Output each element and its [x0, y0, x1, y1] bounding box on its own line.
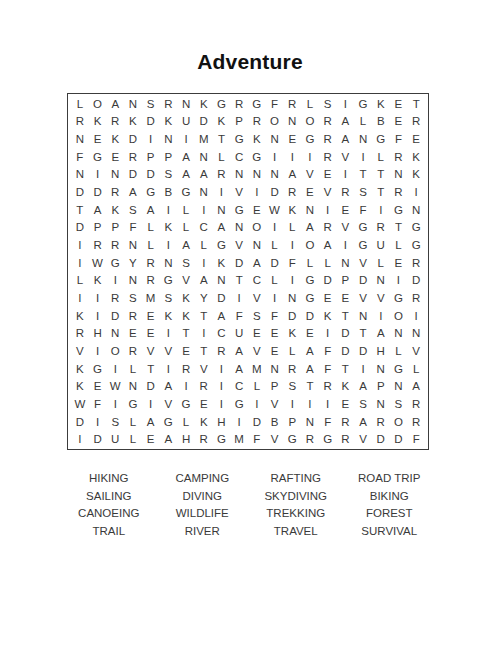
grid-cell[interactable]: A: [177, 166, 195, 184]
grid-cell[interactable]: I: [283, 236, 301, 254]
grid-cell[interactable]: D: [71, 219, 89, 237]
grid-cell[interactable]: D: [390, 430, 408, 448]
grid-cell[interactable]: L: [283, 342, 301, 360]
grid-cell[interactable]: O: [390, 413, 408, 431]
grid-cell[interactable]: U: [372, 236, 390, 254]
grid-cell[interactable]: I: [160, 201, 178, 219]
grid-cell[interactable]: D: [142, 377, 160, 395]
grid-cell[interactable]: R: [407, 395, 425, 413]
grid-cell[interactable]: R: [124, 148, 142, 166]
grid-cell[interactable]: G: [301, 289, 319, 307]
grid-cell[interactable]: T: [142, 360, 160, 378]
grid-cell[interactable]: R: [213, 166, 231, 184]
grid-cell[interactable]: N: [160, 130, 178, 148]
grid-cell[interactable]: N: [283, 113, 301, 131]
grid-cell[interactable]: N: [266, 130, 284, 148]
grid-cell[interactable]: R: [319, 130, 337, 148]
grid-cell[interactable]: I: [213, 183, 231, 201]
grid-cell[interactable]: E: [248, 324, 266, 342]
grid-cell[interactable]: N: [160, 254, 178, 272]
grid-cell[interactable]: N: [354, 307, 372, 325]
grid-cell[interactable]: E: [283, 130, 301, 148]
grid-cell[interactable]: V: [230, 183, 248, 201]
grid-cell[interactable]: G: [248, 148, 266, 166]
grid-cell[interactable]: H: [372, 342, 390, 360]
grid-cell[interactable]: G: [89, 148, 107, 166]
grid-cell[interactable]: D: [213, 289, 231, 307]
grid-cell[interactable]: F: [248, 430, 266, 448]
grid-cell[interactable]: L: [390, 342, 408, 360]
grid-cell[interactable]: V: [407, 342, 425, 360]
grid-cell[interactable]: D: [195, 113, 213, 131]
grid-cell[interactable]: D: [283, 307, 301, 325]
grid-cell[interactable]: B: [266, 413, 284, 431]
grid-cell[interactable]: I: [283, 148, 301, 166]
grid-cell[interactable]: E: [142, 307, 160, 325]
grid-cell[interactable]: N: [195, 183, 213, 201]
grid-cell[interactable]: R: [177, 360, 195, 378]
grid-cell[interactable]: L: [248, 377, 266, 395]
grid-cell[interactable]: Y: [195, 289, 213, 307]
grid-cell[interactable]: D: [142, 166, 160, 184]
grid-cell[interactable]: K: [89, 271, 107, 289]
grid-cell[interactable]: S: [124, 201, 142, 219]
grid-cell[interactable]: N: [301, 413, 319, 431]
grid-cell[interactable]: T: [230, 271, 248, 289]
grid-cell[interactable]: N: [195, 148, 213, 166]
grid-cell[interactable]: D: [354, 271, 372, 289]
grid-cell[interactable]: I: [106, 395, 124, 413]
grid-cell[interactable]: N: [106, 324, 124, 342]
grid-cell[interactable]: A: [301, 360, 319, 378]
grid-cell[interactable]: A: [337, 113, 355, 131]
grid-cell[interactable]: S: [177, 254, 195, 272]
grid-cell[interactable]: I: [354, 360, 372, 378]
grid-cell[interactable]: I: [106, 360, 124, 378]
grid-cell[interactable]: L: [354, 113, 372, 131]
grid-cell[interactable]: I: [283, 395, 301, 413]
grid-cell[interactable]: E: [301, 324, 319, 342]
grid-cell[interactable]: E: [266, 324, 284, 342]
grid-cell[interactable]: A: [177, 236, 195, 254]
grid-cell[interactable]: N: [283, 289, 301, 307]
grid-cell[interactable]: E: [407, 130, 425, 148]
grid-cell[interactable]: D: [337, 342, 355, 360]
grid-cell[interactable]: A: [160, 377, 178, 395]
grid-cell[interactable]: N: [124, 271, 142, 289]
grid-cell[interactable]: I: [89, 413, 107, 431]
grid-cell[interactable]: N: [230, 219, 248, 237]
grid-cell[interactable]: N: [213, 271, 231, 289]
grid-cell[interactable]: F: [266, 95, 284, 113]
grid-cell[interactable]: V: [354, 289, 372, 307]
grid-cell[interactable]: F: [230, 307, 248, 325]
grid-cell[interactable]: T: [195, 307, 213, 325]
grid-cell[interactable]: G: [177, 183, 195, 201]
grid-cell[interactable]: K: [283, 324, 301, 342]
grid-cell[interactable]: V: [177, 271, 195, 289]
grid-cell[interactable]: K: [337, 377, 355, 395]
grid-cell[interactable]: V: [372, 289, 390, 307]
grid-cell[interactable]: N: [337, 254, 355, 272]
grid-cell[interactable]: I: [89, 166, 107, 184]
grid-cell[interactable]: M: [142, 289, 160, 307]
grid-cell[interactable]: E: [319, 289, 337, 307]
grid-cell[interactable]: R: [106, 236, 124, 254]
grid-cell[interactable]: V: [266, 430, 284, 448]
grid-cell[interactable]: I: [106, 271, 124, 289]
grid-cell[interactable]: G: [230, 130, 248, 148]
grid-cell[interactable]: P: [160, 148, 178, 166]
grid-cell[interactable]: A: [124, 183, 142, 201]
grid-cell[interactable]: L: [266, 271, 284, 289]
grid-cell[interactable]: P: [283, 413, 301, 431]
grid-cell[interactable]: R: [124, 342, 142, 360]
grid-cell[interactable]: I: [407, 183, 425, 201]
grid-cell[interactable]: O: [301, 113, 319, 131]
grid-cell[interactable]: D: [106, 307, 124, 325]
grid-cell[interactable]: E: [390, 254, 408, 272]
grid-cell[interactable]: K: [319, 307, 337, 325]
grid-cell[interactable]: G: [160, 413, 178, 431]
grid-cell[interactable]: I: [89, 307, 107, 325]
grid-cell[interactable]: A: [213, 219, 231, 237]
grid-cell[interactable]: R: [319, 377, 337, 395]
grid-cell[interactable]: K: [195, 95, 213, 113]
grid-cell[interactable]: F: [354, 201, 372, 219]
grid-cell[interactable]: Y: [124, 254, 142, 272]
grid-cell[interactable]: N: [372, 395, 390, 413]
grid-cell[interactable]: I: [248, 395, 266, 413]
grid-cell[interactable]: R: [301, 430, 319, 448]
grid-cell[interactable]: N: [71, 130, 89, 148]
grid-cell[interactable]: I: [266, 289, 284, 307]
grid-cell[interactable]: E: [195, 395, 213, 413]
grid-cell[interactable]: N: [106, 166, 124, 184]
grid-cell[interactable]: N: [407, 201, 425, 219]
grid-cell[interactable]: L: [319, 254, 337, 272]
grid-cell[interactable]: G: [407, 219, 425, 237]
grid-cell[interactable]: R: [407, 289, 425, 307]
grid-cell[interactable]: R: [71, 324, 89, 342]
grid-cell[interactable]: D: [266, 183, 284, 201]
grid-cell[interactable]: I: [319, 201, 337, 219]
grid-cell[interactable]: G: [372, 130, 390, 148]
grid-cell[interactable]: G: [283, 430, 301, 448]
grid-cell[interactable]: E: [89, 130, 107, 148]
grid-cell[interactable]: A: [213, 307, 231, 325]
grid-cell[interactable]: F: [89, 395, 107, 413]
grid-cell[interactable]: A: [337, 130, 355, 148]
grid-cell[interactable]: D: [124, 130, 142, 148]
grid-cell[interactable]: S: [283, 377, 301, 395]
grid-cell[interactable]: N: [372, 271, 390, 289]
grid-cell[interactable]: I: [230, 289, 248, 307]
grid-cell[interactable]: K: [283, 201, 301, 219]
grid-cell[interactable]: I: [213, 360, 231, 378]
grid-cell[interactable]: I: [372, 307, 390, 325]
grid-cell[interactable]: S: [124, 289, 142, 307]
grid-cell[interactable]: V: [160, 395, 178, 413]
grid-cell[interactable]: R: [106, 113, 124, 131]
grid-cell[interactable]: E: [337, 289, 355, 307]
grid-cell[interactable]: C: [213, 324, 231, 342]
grid-cell[interactable]: L: [266, 236, 284, 254]
grid-cell[interactable]: D: [71, 183, 89, 201]
grid-cell[interactable]: G: [354, 236, 372, 254]
grid-cell[interactable]: T: [71, 201, 89, 219]
grid-cell[interactable]: K: [177, 289, 195, 307]
grid-cell[interactable]: L: [71, 95, 89, 113]
grid-cell[interactable]: G: [106, 254, 124, 272]
grid-cell[interactable]: T: [372, 183, 390, 201]
grid-cell[interactable]: V: [337, 148, 355, 166]
grid-cell[interactable]: C: [195, 219, 213, 237]
grid-cell[interactable]: G: [319, 430, 337, 448]
grid-cell[interactable]: K: [71, 360, 89, 378]
grid-cell[interactable]: E: [390, 113, 408, 131]
grid-cell[interactable]: L: [407, 360, 425, 378]
grid-cell[interactable]: I: [230, 413, 248, 431]
grid-cell[interactable]: G: [230, 395, 248, 413]
grid-cell[interactable]: E: [301, 183, 319, 201]
grid-cell[interactable]: I: [71, 254, 89, 272]
grid-cell[interactable]: R: [319, 148, 337, 166]
grid-cell[interactable]: I: [301, 395, 319, 413]
grid-cell[interactable]: U: [106, 430, 124, 448]
grid-cell[interactable]: K: [71, 307, 89, 325]
grid-cell[interactable]: R: [124, 307, 142, 325]
grid-cell[interactable]: R: [230, 95, 248, 113]
grid-cell[interactable]: T: [213, 130, 231, 148]
grid-cell[interactable]: R: [319, 113, 337, 131]
grid-cell[interactable]: T: [354, 166, 372, 184]
grid-cell[interactable]: L: [71, 271, 89, 289]
grid-cell[interactable]: T: [337, 307, 355, 325]
grid-cell[interactable]: L: [283, 219, 301, 237]
grid-cell[interactable]: D: [142, 113, 160, 131]
grid-cell[interactable]: V: [71, 342, 89, 360]
grid-cell[interactable]: G: [407, 236, 425, 254]
grid-cell[interactable]: P: [266, 377, 284, 395]
grid-cell[interactable]: A: [372, 324, 390, 342]
grid-cell[interactable]: H: [89, 324, 107, 342]
grid-cell[interactable]: P: [372, 377, 390, 395]
grid-cell[interactable]: L: [390, 236, 408, 254]
grid-cell[interactable]: I: [407, 307, 425, 325]
grid-cell[interactable]: D: [407, 271, 425, 289]
grid-cell[interactable]: L: [177, 201, 195, 219]
grid-cell[interactable]: P: [142, 148, 160, 166]
grid-cell[interactable]: I: [71, 289, 89, 307]
grid-cell[interactable]: E: [142, 324, 160, 342]
grid-cell[interactable]: E: [106, 148, 124, 166]
grid-cell[interactable]: C: [230, 377, 248, 395]
grid-cell[interactable]: A: [354, 377, 372, 395]
grid-cell[interactable]: I: [372, 201, 390, 219]
grid-cell[interactable]: R: [89, 236, 107, 254]
grid-cell[interactable]: K: [407, 166, 425, 184]
grid-cell[interactable]: R: [160, 95, 178, 113]
grid-cell[interactable]: L: [213, 148, 231, 166]
grid-cell[interactable]: R: [248, 113, 266, 131]
grid-cell[interactable]: W: [89, 254, 107, 272]
grid-cell[interactable]: V: [319, 183, 337, 201]
grid-cell[interactable]: T: [177, 324, 195, 342]
grid-cell[interactable]: R: [390, 148, 408, 166]
grid-cell[interactable]: G: [354, 95, 372, 113]
grid-cell[interactable]: L: [142, 236, 160, 254]
grid-cell[interactable]: N: [407, 324, 425, 342]
grid-cell[interactable]: C: [248, 271, 266, 289]
grid-cell[interactable]: N: [177, 95, 195, 113]
grid-cell[interactable]: H: [177, 430, 195, 448]
grid-cell[interactable]: I: [195, 254, 213, 272]
grid-cell[interactable]: G: [390, 360, 408, 378]
grid-cell[interactable]: R: [319, 219, 337, 237]
grid-cell[interactable]: A: [177, 148, 195, 166]
grid-cell[interactable]: W: [266, 201, 284, 219]
grid-cell[interactable]: A: [160, 430, 178, 448]
grid-cell[interactable]: D: [248, 413, 266, 431]
grid-cell[interactable]: R: [407, 413, 425, 431]
grid-cell[interactable]: S: [142, 95, 160, 113]
grid-cell[interactable]: I: [213, 395, 231, 413]
grid-cell[interactable]: B: [160, 183, 178, 201]
grid-cell[interactable]: S: [319, 95, 337, 113]
grid-cell[interactable]: P: [230, 113, 248, 131]
grid-cell[interactable]: E: [177, 342, 195, 360]
grid-cell[interactable]: I: [160, 324, 178, 342]
grid-cell[interactable]: S: [106, 413, 124, 431]
grid-cell[interactable]: I: [160, 236, 178, 254]
grid-cell[interactable]: O: [390, 307, 408, 325]
grid-cell[interactable]: L: [177, 413, 195, 431]
grid-cell[interactable]: K: [195, 413, 213, 431]
grid-cell[interactable]: N: [390, 166, 408, 184]
grid-cell[interactable]: V: [337, 219, 355, 237]
grid-cell[interactable]: I: [337, 95, 355, 113]
grid-cell[interactable]: N: [354, 130, 372, 148]
grid-cell[interactable]: D: [301, 307, 319, 325]
grid-cell[interactable]: T: [372, 166, 390, 184]
grid-cell[interactable]: K: [160, 219, 178, 237]
grid-cell[interactable]: N: [266, 360, 284, 378]
grid-cell[interactable]: I: [177, 377, 195, 395]
grid-cell[interactable]: D: [89, 430, 107, 448]
grid-cell[interactable]: A: [283, 166, 301, 184]
grid-cell[interactable]: V: [142, 342, 160, 360]
grid-cell[interactable]: A: [354, 413, 372, 431]
grid-cell[interactable]: E: [319, 166, 337, 184]
grid-cell[interactable]: I: [177, 130, 195, 148]
grid-cell[interactable]: G: [301, 130, 319, 148]
grid-cell[interactable]: G: [390, 201, 408, 219]
grid-cell[interactable]: D: [372, 430, 390, 448]
grid-cell[interactable]: L: [301, 254, 319, 272]
grid-cell[interactable]: E: [124, 324, 142, 342]
grid-cell[interactable]: R: [142, 271, 160, 289]
grid-cell[interactable]: R: [337, 413, 355, 431]
grid-cell[interactable]: E: [142, 430, 160, 448]
grid-cell[interactable]: K: [71, 377, 89, 395]
grid-cell[interactable]: A: [195, 271, 213, 289]
grid-cell[interactable]: R: [283, 360, 301, 378]
grid-cell[interactable]: F: [124, 219, 142, 237]
grid-cell[interactable]: G: [213, 430, 231, 448]
grid-cell[interactable]: I: [71, 430, 89, 448]
grid-cell[interactable]: R: [195, 377, 213, 395]
grid-cell[interactable]: D: [71, 413, 89, 431]
grid-cell[interactable]: G: [354, 219, 372, 237]
grid-cell[interactable]: K: [407, 148, 425, 166]
grid-cell[interactable]: G: [301, 271, 319, 289]
grid-cell[interactable]: L: [124, 430, 142, 448]
grid-cell[interactable]: N: [230, 166, 248, 184]
grid-cell[interactable]: I: [319, 395, 337, 413]
grid-cell[interactable]: A: [230, 342, 248, 360]
grid-cell[interactable]: V: [160, 342, 178, 360]
grid-cell[interactable]: V: [230, 236, 248, 254]
grid-cell[interactable]: S: [390, 395, 408, 413]
grid-cell[interactable]: T: [390, 219, 408, 237]
grid-cell[interactable]: N: [71, 166, 89, 184]
grid-cell[interactable]: D: [354, 342, 372, 360]
grid-cell[interactable]: I: [283, 271, 301, 289]
grid-cell[interactable]: I: [266, 219, 284, 237]
grid-cell[interactable]: I: [160, 360, 178, 378]
grid-cell[interactable]: F: [390, 130, 408, 148]
grid-cell[interactable]: I: [337, 166, 355, 184]
grid-cell[interactable]: F: [407, 430, 425, 448]
grid-cell[interactable]: R: [283, 95, 301, 113]
grid-cell[interactable]: A: [248, 254, 266, 272]
grid-cell[interactable]: M: [230, 430, 248, 448]
grid-cell[interactable]: O: [248, 219, 266, 237]
grid-cell[interactable]: I: [337, 236, 355, 254]
grid-cell[interactable]: L: [124, 413, 142, 431]
grid-cell[interactable]: I: [390, 271, 408, 289]
grid-cell[interactable]: N: [301, 201, 319, 219]
grid-cell[interactable]: R: [372, 219, 390, 237]
grid-cell[interactable]: A: [301, 342, 319, 360]
grid-cell[interactable]: I: [319, 324, 337, 342]
grid-cell[interactable]: E: [390, 95, 408, 113]
grid-cell[interactable]: F: [283, 254, 301, 272]
grid-cell[interactable]: U: [177, 113, 195, 131]
grid-cell[interactable]: R: [195, 430, 213, 448]
grid-cell[interactable]: N: [213, 201, 231, 219]
grid-cell[interactable]: S: [160, 289, 178, 307]
grid-cell[interactable]: T: [337, 360, 355, 378]
grid-cell[interactable]: L: [301, 95, 319, 113]
grid-cell[interactable]: V: [248, 289, 266, 307]
grid-cell[interactable]: T: [407, 95, 425, 113]
grid-cell[interactable]: V: [354, 254, 372, 272]
grid-cell[interactable]: L: [195, 236, 213, 254]
grid-cell[interactable]: F: [319, 413, 337, 431]
grid-cell[interactable]: I: [213, 377, 231, 395]
grid-cell[interactable]: K: [213, 254, 231, 272]
grid-cell[interactable]: G: [160, 271, 178, 289]
grid-cell[interactable]: L: [142, 219, 160, 237]
grid-cell[interactable]: K: [124, 113, 142, 131]
grid-cell[interactable]: I: [195, 201, 213, 219]
grid-cell[interactable]: P: [106, 219, 124, 237]
grid-cell[interactable]: N: [248, 166, 266, 184]
grid-cell[interactable]: M: [195, 130, 213, 148]
grid-cell[interactable]: N: [390, 324, 408, 342]
